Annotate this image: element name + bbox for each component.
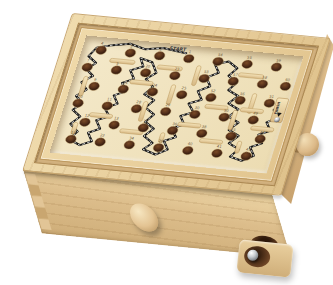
- maze-wall: [78, 76, 88, 96]
- hole-number: 24: [152, 83, 159, 87]
- finger-joint: [35, 207, 48, 218]
- maze-hole: [218, 112, 231, 121]
- maze-hole: [181, 146, 194, 155]
- hole-number: 50: [223, 109, 230, 113]
- maze-hole: [204, 93, 217, 102]
- maze-platform: 4321545559752023535758609212425525651101…: [50, 35, 304, 173]
- maze-hole: [88, 82, 101, 91]
- hole-number: 4: [100, 42, 104, 46]
- maze-hole: [168, 71, 181, 80]
- maze-hole: [188, 110, 201, 119]
- hole-number: 30: [194, 106, 201, 110]
- maze-hole: [195, 129, 208, 138]
- hole-number: 40: [187, 142, 194, 146]
- finger-joint: [32, 196, 45, 207]
- hole-number: 55: [247, 56, 253, 60]
- hole-number: 58: [262, 76, 269, 80]
- maze-hole: [240, 151, 253, 160]
- maze-hole: [279, 82, 292, 91]
- hole-number: 59: [276, 59, 283, 63]
- maze-svg: 4321545559752023535758609212425525651101…: [50, 35, 304, 173]
- hole-number: 25: [181, 86, 187, 90]
- maze-wall: [191, 66, 201, 86]
- maze-wall: [109, 58, 135, 64]
- maze-hole: [78, 117, 91, 126]
- maze-hole: [263, 98, 276, 107]
- finger-joint: [39, 219, 52, 230]
- maze-wall: [89, 112, 113, 118]
- maze-hole: [227, 77, 240, 86]
- box-top-face: 4321545559752023535758609212425525651101…: [22, 13, 331, 196]
- front-tilt-knob[interactable]: [127, 202, 162, 233]
- maze-hole: [211, 57, 224, 66]
- hole-number: 45: [230, 128, 236, 132]
- maze-hole: [159, 107, 172, 116]
- hole-number: 41: [216, 145, 222, 149]
- maze-hole: [256, 79, 269, 88]
- hole-number: 9: [93, 78, 97, 82]
- maze-wall: [228, 110, 238, 130]
- hole-number: 49: [253, 111, 260, 115]
- hole-number: 34: [129, 136, 136, 140]
- hole-number: 12: [84, 114, 90, 118]
- maze-hole: [124, 48, 137, 57]
- hole-number: 54: [217, 53, 224, 57]
- hole-number: 57: [233, 73, 239, 77]
- hole-number: 51: [269, 95, 275, 99]
- maze-hole: [81, 63, 94, 72]
- maze-hole: [254, 134, 267, 143]
- maze-wall: [199, 138, 223, 144]
- steel-ball: [247, 249, 259, 261]
- maze-hole: [101, 101, 114, 110]
- ball-storage-tray: [236, 239, 293, 277]
- maze-hole: [117, 84, 130, 93]
- hole-number: 7: [87, 59, 91, 63]
- hole-number: 21: [123, 81, 129, 85]
- hole-number: 53: [203, 70, 210, 74]
- hole-number: 11: [107, 97, 113, 101]
- hole-number: 10: [77, 95, 84, 99]
- hole-number: 29: [165, 103, 172, 107]
- maze-hole: [241, 60, 254, 69]
- hole-number: 52: [210, 89, 216, 93]
- hole-number: 2: [159, 47, 163, 51]
- start-label: START: [169, 46, 188, 52]
- hole-number: 5: [116, 62, 120, 66]
- hole-number: 38: [201, 125, 208, 129]
- maze-wall: [129, 80, 153, 86]
- hole-number: 28: [136, 100, 143, 104]
- maze-hole: [153, 51, 166, 60]
- maze-hole: [123, 140, 136, 149]
- maze-hole: [270, 62, 283, 71]
- hole-number: 20: [145, 64, 152, 68]
- finger-joint: [29, 185, 42, 196]
- maze-hole: [110, 65, 123, 74]
- tray-recess: [243, 245, 271, 269]
- maze-hole: [175, 90, 188, 99]
- maze-hole: [94, 137, 107, 146]
- maze-hole: [71, 98, 84, 107]
- hole-number: 13: [113, 116, 120, 120]
- maze-wall: [166, 85, 176, 105]
- maze-hole: [210, 149, 223, 158]
- maze-hole: [108, 120, 121, 129]
- labyrinth-game-photo: 4321545559752023535758609212425525651101…: [0, 0, 333, 285]
- maze-wall: [240, 108, 264, 114]
- hole-number: 22: [99, 134, 105, 138]
- maze-wall: [238, 73, 264, 79]
- hole-number: 60: [285, 78, 292, 82]
- maze-wall: [177, 122, 201, 128]
- finger-joint: [25, 173, 38, 184]
- hole-number: 56: [239, 92, 246, 96]
- maze-hole: [182, 54, 195, 63]
- maze-hole: [247, 115, 260, 124]
- hole-number: 1: [188, 50, 192, 54]
